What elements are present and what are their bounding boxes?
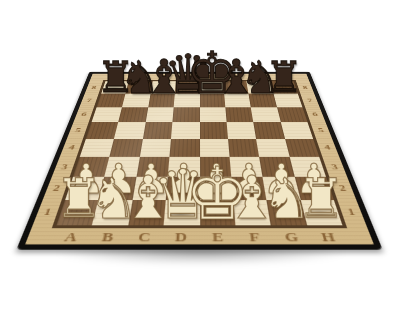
- file-label-bottom-g: G: [272, 230, 311, 243]
- square-c6[interactable]: [146, 107, 174, 122]
- square-c5[interactable]: [143, 122, 173, 138]
- square-g6[interactable]: [251, 107, 281, 122]
- square-e5[interactable]: [200, 122, 228, 138]
- rank-label-right-5: 5: [306, 127, 336, 133]
- rank-label-right-6: 6: [301, 112, 329, 118]
- square-b6[interactable]: [119, 107, 149, 122]
- piece-white-rook-h1[interactable]: ♜: [294, 172, 348, 226]
- file-label-bottom-a: A: [51, 230, 91, 243]
- square-c4[interactable]: [140, 139, 171, 157]
- square-d5[interactable]: [171, 122, 199, 138]
- chess-scene: AABBCCDDEEFFGGHH1122334455667788 ♜♞♝♛♚♝♞…: [0, 0, 400, 310]
- square-f5[interactable]: [226, 122, 256, 138]
- rank-label-left-6: 6: [70, 112, 98, 118]
- square-f6[interactable]: [225, 107, 253, 122]
- file-label-bottom-h: H: [308, 230, 348, 243]
- rank-label-right-4: 4: [312, 144, 343, 151]
- square-b5[interactable]: [114, 122, 145, 138]
- square-d6[interactable]: [173, 107, 200, 122]
- file-label-bottom-b: B: [88, 230, 127, 243]
- square-g5[interactable]: [253, 122, 284, 138]
- rank-label-left-5: 5: [63, 127, 93, 133]
- rank-label-left-4: 4: [56, 144, 87, 151]
- square-b4[interactable]: [110, 139, 143, 157]
- piece-black-rook-h8[interactable]: ♜: [263, 56, 306, 99]
- square-e6[interactable]: [200, 107, 227, 122]
- square-g4[interactable]: [256, 139, 289, 157]
